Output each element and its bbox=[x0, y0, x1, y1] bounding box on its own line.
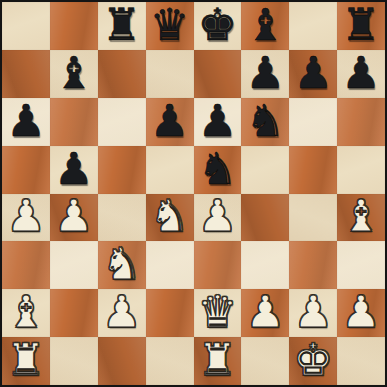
square-d2[interactable] bbox=[146, 289, 194, 337]
square-h4[interactable]: ♝ bbox=[337, 194, 385, 242]
square-d4[interactable]: ♞ bbox=[146, 194, 194, 242]
square-h6[interactable] bbox=[337, 98, 385, 146]
square-h8[interactable]: ♜ bbox=[337, 2, 385, 50]
piece-white-bishop: ♝ bbox=[6, 290, 45, 334]
square-f3[interactable] bbox=[241, 241, 289, 289]
square-c2[interactable]: ♟ bbox=[98, 289, 146, 337]
chess-board-container: ♜♛♚♝♜♝♟♟♟♟♟♟♞♟♞♟♟♞♟♝♞♝♟♛♟♟♟♜♜♚ bbox=[0, 0, 387, 387]
square-d1[interactable] bbox=[146, 337, 194, 385]
square-a6[interactable]: ♟ bbox=[2, 98, 50, 146]
square-d6[interactable]: ♟ bbox=[146, 98, 194, 146]
piece-black-pawn: ♟ bbox=[6, 99, 45, 143]
square-h5[interactable] bbox=[337, 146, 385, 194]
piece-white-pawn: ♟ bbox=[198, 194, 237, 238]
piece-black-rook: ♜ bbox=[102, 3, 141, 47]
square-f2[interactable]: ♟ bbox=[241, 289, 289, 337]
piece-white-rook: ♜ bbox=[198, 338, 237, 382]
square-d7[interactable] bbox=[146, 50, 194, 98]
square-c7[interactable] bbox=[98, 50, 146, 98]
chess-board: ♜♛♚♝♜♝♟♟♟♟♟♟♞♟♞♟♟♞♟♝♞♝♟♛♟♟♟♜♜♚ bbox=[0, 0, 387, 387]
square-e2[interactable]: ♛ bbox=[194, 289, 242, 337]
square-b7[interactable]: ♝ bbox=[50, 50, 98, 98]
square-b4[interactable]: ♟ bbox=[50, 194, 98, 242]
piece-black-pawn: ♟ bbox=[198, 99, 237, 143]
piece-white-pawn: ♟ bbox=[102, 290, 141, 334]
piece-white-pawn: ♟ bbox=[246, 290, 285, 334]
piece-black-pawn: ♟ bbox=[54, 147, 93, 191]
square-f6[interactable]: ♞ bbox=[241, 98, 289, 146]
square-h1[interactable] bbox=[337, 337, 385, 385]
square-c5[interactable] bbox=[98, 146, 146, 194]
square-c3[interactable]: ♞ bbox=[98, 241, 146, 289]
square-a1[interactable]: ♜ bbox=[2, 337, 50, 385]
piece-white-queen: ♛ bbox=[198, 290, 237, 334]
square-b5[interactable]: ♟ bbox=[50, 146, 98, 194]
square-e8[interactable]: ♚ bbox=[194, 2, 242, 50]
square-f4[interactable] bbox=[241, 194, 289, 242]
square-b6[interactable] bbox=[50, 98, 98, 146]
square-a7[interactable] bbox=[2, 50, 50, 98]
piece-white-pawn: ♟ bbox=[6, 194, 45, 238]
square-g8[interactable] bbox=[289, 2, 337, 50]
square-h7[interactable]: ♟ bbox=[337, 50, 385, 98]
piece-black-knight: ♞ bbox=[198, 147, 237, 191]
square-g6[interactable] bbox=[289, 98, 337, 146]
square-g4[interactable] bbox=[289, 194, 337, 242]
piece-black-king: ♚ bbox=[198, 3, 237, 47]
square-f5[interactable] bbox=[241, 146, 289, 194]
square-f7[interactable]: ♟ bbox=[241, 50, 289, 98]
square-e7[interactable] bbox=[194, 50, 242, 98]
piece-black-pawn: ♟ bbox=[293, 51, 332, 95]
square-d3[interactable] bbox=[146, 241, 194, 289]
piece-white-knight: ♞ bbox=[102, 242, 141, 286]
piece-white-pawn: ♟ bbox=[341, 290, 380, 334]
square-c4[interactable] bbox=[98, 194, 146, 242]
square-f8[interactable]: ♝ bbox=[241, 2, 289, 50]
square-f1[interactable] bbox=[241, 337, 289, 385]
piece-black-bishop: ♝ bbox=[246, 3, 285, 47]
piece-black-pawn: ♟ bbox=[246, 51, 285, 95]
square-e3[interactable] bbox=[194, 241, 242, 289]
piece-black-knight: ♞ bbox=[246, 99, 285, 143]
square-e6[interactable]: ♟ bbox=[194, 98, 242, 146]
square-b3[interactable] bbox=[50, 241, 98, 289]
square-b8[interactable] bbox=[50, 2, 98, 50]
square-e4[interactable]: ♟ bbox=[194, 194, 242, 242]
square-c8[interactable]: ♜ bbox=[98, 2, 146, 50]
piece-black-rook: ♜ bbox=[341, 3, 380, 47]
piece-black-pawn: ♟ bbox=[341, 51, 380, 95]
square-b2[interactable] bbox=[50, 289, 98, 337]
piece-white-pawn: ♟ bbox=[293, 290, 332, 334]
piece-white-knight: ♞ bbox=[150, 194, 189, 238]
square-a4[interactable]: ♟ bbox=[2, 194, 50, 242]
piece-black-pawn: ♟ bbox=[150, 99, 189, 143]
piece-white-rook: ♜ bbox=[6, 338, 45, 382]
square-g1[interactable]: ♚ bbox=[289, 337, 337, 385]
square-h3[interactable] bbox=[337, 241, 385, 289]
square-e5[interactable]: ♞ bbox=[194, 146, 242, 194]
square-a2[interactable]: ♝ bbox=[2, 289, 50, 337]
square-g2[interactable]: ♟ bbox=[289, 289, 337, 337]
square-g3[interactable] bbox=[289, 241, 337, 289]
square-d5[interactable] bbox=[146, 146, 194, 194]
square-d8[interactable]: ♛ bbox=[146, 2, 194, 50]
piece-white-pawn: ♟ bbox=[54, 194, 93, 238]
square-e1[interactable]: ♜ bbox=[194, 337, 242, 385]
square-a3[interactable] bbox=[2, 241, 50, 289]
piece-black-queen: ♛ bbox=[150, 3, 189, 47]
piece-white-king: ♚ bbox=[293, 338, 332, 382]
square-a5[interactable] bbox=[2, 146, 50, 194]
square-c1[interactable] bbox=[98, 337, 146, 385]
square-b1[interactable] bbox=[50, 337, 98, 385]
square-a8[interactable] bbox=[2, 2, 50, 50]
piece-white-bishop: ♝ bbox=[341, 194, 380, 238]
square-c6[interactable] bbox=[98, 98, 146, 146]
square-g7[interactable]: ♟ bbox=[289, 50, 337, 98]
piece-black-bishop: ♝ bbox=[54, 51, 93, 95]
square-g5[interactable] bbox=[289, 146, 337, 194]
square-h2[interactable]: ♟ bbox=[337, 289, 385, 337]
